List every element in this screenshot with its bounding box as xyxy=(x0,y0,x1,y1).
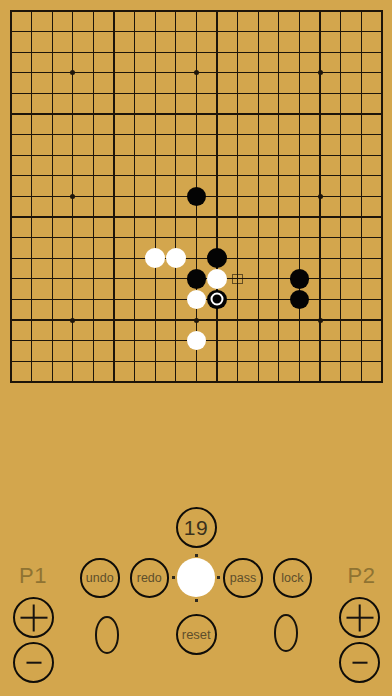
tick-dot xyxy=(217,576,220,579)
grid-line xyxy=(258,10,259,382)
lock-label: lock xyxy=(281,571,303,585)
last-move-marker xyxy=(210,293,223,306)
p1-increment-button[interactable] xyxy=(13,597,54,638)
black-stone xyxy=(207,290,227,310)
go-app-screen: 19 undo redo pass lock P1 P2 xyxy=(0,0,392,696)
tick-dot xyxy=(195,554,198,557)
player2-label: P2 xyxy=(348,563,376,589)
go-board[interactable] xyxy=(0,0,392,392)
grid-line xyxy=(10,237,382,238)
grid-line xyxy=(10,361,382,362)
star-point xyxy=(318,70,323,75)
white-stone xyxy=(207,269,227,289)
p2-capture-count xyxy=(274,614,299,652)
lock-button[interactable]: lock xyxy=(273,558,313,598)
black-stone xyxy=(207,248,227,268)
p1-decrement-button[interactable] xyxy=(13,642,54,683)
reset-label: reset xyxy=(182,627,211,642)
grid-line xyxy=(10,381,382,382)
grid-line xyxy=(237,10,238,382)
pass-label: pass xyxy=(230,571,256,585)
pass-button[interactable]: pass xyxy=(223,558,263,598)
redo-label: redo xyxy=(137,571,162,585)
grid-line xyxy=(216,10,217,382)
grid-line xyxy=(299,10,300,382)
tick-dot xyxy=(195,599,198,602)
star-point xyxy=(194,318,199,323)
p1-capture-count xyxy=(95,616,120,654)
redo-button[interactable]: redo xyxy=(130,558,170,598)
grid-line xyxy=(340,10,341,382)
square-marker xyxy=(232,274,243,285)
undo-button[interactable]: undo xyxy=(80,558,120,598)
grid-line xyxy=(381,10,382,382)
tick-dot xyxy=(172,576,175,579)
undo-label: undo xyxy=(86,571,114,585)
board-size-label: 19 xyxy=(184,516,208,540)
grid-line xyxy=(361,10,362,382)
p2-decrement-button[interactable] xyxy=(339,642,380,683)
board-size-button[interactable]: 19 xyxy=(176,507,217,548)
reset-button[interactable]: reset xyxy=(176,614,218,656)
grid-line xyxy=(278,10,279,382)
star-point xyxy=(70,318,75,323)
grid-line xyxy=(10,216,382,217)
star-point xyxy=(318,318,323,323)
p2-increment-button[interactable] xyxy=(339,597,380,638)
white-stone xyxy=(166,248,186,268)
player1-label: P1 xyxy=(19,563,47,589)
star-point xyxy=(318,194,323,199)
black-stone xyxy=(187,269,207,289)
black-stone xyxy=(290,269,310,289)
turn-indicator-white-stone[interactable] xyxy=(177,558,216,597)
grid-line xyxy=(10,258,382,259)
